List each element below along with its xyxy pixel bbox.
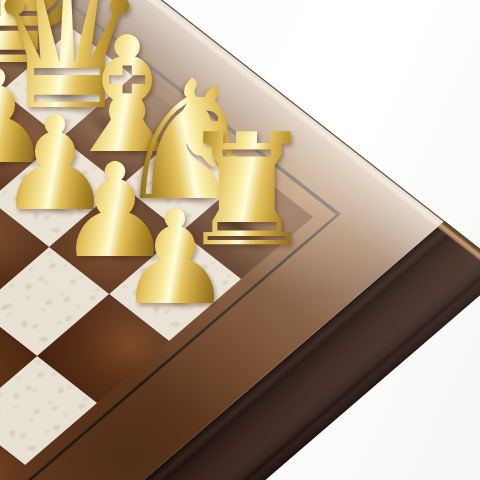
piece-pawn-a2: ♟ — [117, 193, 234, 323]
chess-photo-stage: ♚♛♝♟♞♟♜♟♟ — [0, 0, 480, 480]
pieces-layer: ♚♛♝♟♞♟♜♟♟ — [0, 0, 480, 480]
